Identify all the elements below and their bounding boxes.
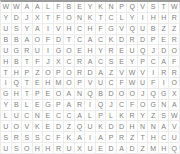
grid-cell[interactable]: F xyxy=(54,2,65,13)
grid-cell[interactable]: S xyxy=(159,111,170,122)
grid-cell[interactable]: V xyxy=(117,24,128,35)
grid-cell[interactable]: O xyxy=(64,45,75,56)
grid-cell[interactable]: W xyxy=(169,111,180,122)
grid-cell[interactable]: A xyxy=(75,132,86,143)
grid-cell[interactable]: T xyxy=(22,78,33,89)
grid-cell[interactable]: P xyxy=(138,56,149,67)
grid-cell[interactable]: I xyxy=(43,24,54,35)
grid-cell[interactable]: H xyxy=(33,143,44,154)
grid-cell[interactable]: A xyxy=(159,121,170,132)
grid-cell[interactable]: A xyxy=(33,24,44,35)
grid-cell[interactable]: D xyxy=(117,35,128,46)
grid-cell[interactable]: N xyxy=(33,111,44,122)
grid-cell[interactable]: R xyxy=(169,13,180,24)
grid-cell[interactable]: P xyxy=(54,67,65,78)
grid-cell[interactable]: A xyxy=(64,89,75,100)
grid-cell[interactable]: O xyxy=(43,67,54,78)
grid-cell[interactable]: Q xyxy=(169,143,180,154)
grid-cell[interactable]: D xyxy=(54,121,65,132)
grid-cell[interactable]: H xyxy=(85,45,96,56)
grid-cell[interactable]: A xyxy=(22,35,33,46)
grid-cell[interactable]: H xyxy=(159,13,170,24)
grid-cell[interactable]: E xyxy=(75,2,86,13)
grid-cell[interactable]: P xyxy=(148,35,159,46)
grid-cell[interactable]: A xyxy=(75,111,86,122)
grid-cell[interactable]: N xyxy=(75,89,86,100)
grid-cell[interactable]: I xyxy=(1,78,12,89)
grid-cell[interactable]: J xyxy=(43,56,54,67)
grid-cell[interactable]: L xyxy=(117,13,128,24)
grid-cell[interactable]: S xyxy=(12,24,23,35)
grid-cell[interactable]: P xyxy=(96,111,107,122)
grid-cell[interactable]: O xyxy=(64,67,75,78)
grid-cell[interactable]: Y xyxy=(127,13,138,24)
grid-cell[interactable]: K xyxy=(96,2,107,13)
grid-cell[interactable]: A xyxy=(117,143,128,154)
grid-cell[interactable]: Z xyxy=(169,24,180,35)
grid-cell[interactable]: D xyxy=(138,35,149,46)
grid-cell[interactable]: T xyxy=(22,56,33,67)
grid-cell[interactable]: W xyxy=(12,2,23,13)
grid-cell[interactable]: R xyxy=(169,35,180,46)
grid-cell[interactable]: X xyxy=(54,56,65,67)
grid-cell[interactable]: W xyxy=(1,2,12,13)
grid-cell[interactable]: H xyxy=(159,143,170,154)
grid-cell[interactable]: U xyxy=(138,78,149,89)
grid-cell[interactable]: Q xyxy=(127,2,138,13)
grid-cell[interactable]: H xyxy=(148,132,159,143)
grid-cell[interactable]: G xyxy=(1,89,12,100)
grid-cell[interactable]: R xyxy=(75,67,86,78)
grid-cell[interactable]: K xyxy=(96,121,107,132)
grid-cell[interactable]: Z xyxy=(33,67,44,78)
grid-cell[interactable]: E xyxy=(43,89,54,100)
grid-cell[interactable]: A xyxy=(96,67,107,78)
grid-cell[interactable]: P xyxy=(33,89,44,100)
grid-cell[interactable]: C xyxy=(54,111,65,122)
grid-cell[interactable]: E xyxy=(117,45,128,56)
grid-cell[interactable]: K xyxy=(117,111,128,122)
grid-cell[interactable]: K xyxy=(85,13,96,24)
grid-cell[interactable]: R xyxy=(12,132,23,143)
grid-cell[interactable]: T xyxy=(64,35,75,46)
grid-cell[interactable]: I xyxy=(85,132,96,143)
grid-cell[interactable]: P xyxy=(106,132,117,143)
grid-cell[interactable]: G xyxy=(159,89,170,100)
grid-cell[interactable]: S xyxy=(148,2,159,13)
grid-cell[interactable]: Z xyxy=(106,67,117,78)
grid-cell[interactable]: G xyxy=(54,45,65,56)
grid-cell[interactable]: H xyxy=(1,56,12,67)
grid-cell[interactable]: Z xyxy=(138,143,149,154)
grid-cell[interactable]: X xyxy=(33,13,44,24)
grid-cell[interactable]: S xyxy=(1,132,12,143)
grid-cell[interactable]: Q xyxy=(75,121,86,132)
grid-cell[interactable]: P xyxy=(75,78,86,89)
grid-cell[interactable]: M xyxy=(54,78,65,89)
grid-cell[interactable]: E xyxy=(117,56,128,67)
grid-cell[interactable]: Q xyxy=(148,89,159,100)
grid-cell[interactable]: P xyxy=(22,67,33,78)
grid-cell[interactable]: Y xyxy=(22,24,33,35)
grid-cell[interactable]: I xyxy=(159,78,170,89)
grid-cell[interactable]: O xyxy=(33,35,44,46)
grid-cell[interactable]: F xyxy=(54,13,65,24)
grid-cell[interactable]: J xyxy=(148,45,159,56)
grid-cell[interactable]: U xyxy=(96,78,107,89)
grid-cell[interactable]: E xyxy=(43,111,54,122)
grid-cell[interactable]: D xyxy=(127,143,138,154)
grid-cell[interactable]: R xyxy=(169,67,180,78)
grid-cell[interactable]: C xyxy=(75,24,86,35)
grid-cell[interactable]: E xyxy=(33,78,44,89)
grid-cell[interactable]: C xyxy=(159,132,170,143)
grid-cell[interactable]: Y xyxy=(138,111,149,122)
grid-cell[interactable]: U xyxy=(1,24,12,35)
grid-cell[interactable]: D xyxy=(12,13,23,24)
grid-cell[interactable]: I xyxy=(148,67,159,78)
grid-cell[interactable]: L xyxy=(85,111,96,122)
grid-cell[interactable]: B xyxy=(12,35,23,46)
grid-cell[interactable]: Y xyxy=(127,56,138,67)
grid-cell[interactable]: U xyxy=(1,45,12,56)
grid-cell[interactable]: F xyxy=(54,132,65,143)
grid-cell[interactable]: U xyxy=(12,111,23,122)
grid-cell[interactable]: F xyxy=(43,35,54,46)
grid-cell[interactable]: O xyxy=(127,89,138,100)
grid-cell[interactable]: Z xyxy=(148,111,159,122)
grid-cell[interactable]: H xyxy=(148,13,159,24)
grid-cell[interactable]: R xyxy=(75,56,86,67)
grid-cell[interactable]: I xyxy=(85,100,96,111)
grid-cell[interactable]: P xyxy=(54,100,65,111)
grid-cell[interactable]: L xyxy=(43,2,54,13)
grid-cell[interactable]: C xyxy=(117,100,128,111)
grid-cell[interactable]: U xyxy=(127,45,138,56)
grid-cell[interactable]: R xyxy=(159,67,170,78)
grid-cell[interactable]: N xyxy=(106,2,117,13)
grid-cell[interactable]: F xyxy=(148,78,159,89)
grid-cell[interactable]: F xyxy=(169,56,180,67)
grid-cell[interactable]: U xyxy=(64,143,75,154)
grid-cell[interactable]: H xyxy=(43,143,54,154)
grid-cell[interactable]: D xyxy=(117,121,128,132)
grid-cell[interactable]: Z xyxy=(159,24,170,35)
grid-cell[interactable]: E xyxy=(43,121,54,132)
grid-cell[interactable]: U xyxy=(85,143,96,154)
word-search-grid: WWAALFBEYKNPQVSTWYDJXTFONKTCLYIHHRUSYAIV… xyxy=(0,0,180,154)
grid-cell[interactable]: T xyxy=(22,89,33,100)
grid-cell[interactable]: K xyxy=(106,35,117,46)
grid-cell[interactable]: Z xyxy=(64,121,75,132)
grid-cell[interactable]: I xyxy=(138,13,149,24)
grid-cell[interactable]: Y xyxy=(1,100,12,111)
grid-cell[interactable]: O xyxy=(138,100,149,111)
grid-cell[interactable]: N xyxy=(138,121,149,132)
grid-cell[interactable]: E xyxy=(96,143,107,154)
grid-cell[interactable]: S xyxy=(33,132,44,143)
grid-cell[interactable]: C xyxy=(22,111,33,122)
grid-cell[interactable]: U xyxy=(33,45,44,56)
grid-cell[interactable]: B xyxy=(64,2,75,13)
grid-cell[interactable]: E xyxy=(75,45,86,56)
grid-cell[interactable]: C xyxy=(75,35,86,46)
grid-cell[interactable]: O xyxy=(169,45,180,56)
grid-cell[interactable]: P xyxy=(117,2,128,13)
grid-cell[interactable]: H xyxy=(12,89,23,100)
grid-cell[interactable]: Q xyxy=(96,100,107,111)
grid-cell[interactable]: H xyxy=(12,67,23,78)
grid-cell[interactable]: Q xyxy=(12,78,23,89)
grid-cell[interactable]: G xyxy=(106,24,117,35)
grid-cell[interactable]: R xyxy=(106,45,117,56)
grid-cell[interactable]: V xyxy=(138,2,149,13)
grid-cell[interactable]: K xyxy=(64,132,75,143)
grid-cell[interactable]: H xyxy=(85,24,96,35)
grid-cell[interactable]: V xyxy=(54,24,65,35)
grid-cell[interactable]: R xyxy=(127,35,138,46)
grid-cell[interactable]: V xyxy=(117,67,128,78)
grid-cell[interactable]: G xyxy=(148,100,159,111)
grid-cell[interactable]: D xyxy=(159,45,170,56)
grid-cell[interactable]: R xyxy=(75,100,86,111)
grid-cell[interactable]: B xyxy=(12,56,23,67)
grid-cell[interactable]: O xyxy=(64,78,75,89)
grid-cell[interactable]: G xyxy=(12,45,23,56)
grid-cell[interactable]: R xyxy=(54,143,65,154)
grid-cell[interactable]: H xyxy=(43,78,54,89)
grid-cell[interactable]: H xyxy=(127,121,138,132)
grid-cell[interactable]: O xyxy=(12,121,23,132)
grid-cell[interactable]: R xyxy=(117,132,128,143)
grid-cell[interactable]: X xyxy=(75,143,86,154)
grid-cell[interactable]: F xyxy=(127,100,138,111)
grid-cell[interactable]: T xyxy=(43,13,54,24)
grid-cell[interactable]: C xyxy=(96,56,107,67)
grid-cell[interactable]: N xyxy=(159,100,170,111)
grid-cell[interactable]: Y xyxy=(1,13,12,24)
grid-cell[interactable]: E xyxy=(159,35,170,46)
grid-cell[interactable]: J xyxy=(138,89,149,100)
grid-cell[interactable]: C xyxy=(64,56,75,67)
grid-cell[interactable]: O xyxy=(64,13,75,24)
grid-cell[interactable]: X xyxy=(169,89,180,100)
grid-cell[interactable]: D xyxy=(106,121,117,132)
grid-cell[interactable]: J xyxy=(22,13,33,24)
grid-cell[interactable]: Y xyxy=(96,45,107,56)
grid-cell[interactable]: D xyxy=(85,67,96,78)
grid-cell[interactable]: J xyxy=(106,100,117,111)
grid-cell[interactable]: L xyxy=(106,111,117,122)
grid-cell[interactable]: L xyxy=(1,111,12,122)
grid-cell[interactable]: Q xyxy=(138,45,149,56)
grid-cell[interactable]: A xyxy=(33,2,44,13)
grid-cell[interactable]: U xyxy=(1,143,12,154)
grid-cell[interactable]: S xyxy=(12,143,23,154)
grid-cell[interactable]: G xyxy=(43,100,54,111)
grid-cell[interactable]: V xyxy=(138,67,149,78)
grid-cell[interactable]: C xyxy=(106,13,117,24)
grid-cell[interactable]: U xyxy=(1,121,12,132)
grid-cell[interactable]: Q xyxy=(85,89,96,100)
grid-cell[interactable]: B xyxy=(148,24,159,35)
grid-cell[interactable]: Y xyxy=(85,2,96,13)
grid-cell[interactable]: C xyxy=(64,111,75,122)
grid-cell[interactable]: D xyxy=(106,89,117,100)
grid-cell[interactable]: L xyxy=(22,100,33,111)
grid-cell[interactable]: A xyxy=(159,56,170,67)
grid-cell[interactable]: R xyxy=(127,111,138,122)
grid-cell[interactable]: T xyxy=(96,13,107,24)
grid-cell[interactable]: U xyxy=(85,121,96,132)
grid-cell[interactable]: S xyxy=(22,132,33,143)
grid-cell[interactable]: D xyxy=(106,143,117,154)
grid-cell[interactable]: T xyxy=(1,67,12,78)
grid-cell[interactable]: U xyxy=(169,132,180,143)
grid-cell[interactable]: F xyxy=(117,78,128,89)
grid-cell[interactable]: Z xyxy=(127,132,138,143)
grid-cell[interactable]: I xyxy=(43,45,54,56)
grid-cell[interactable]: H xyxy=(64,24,75,35)
grid-cell[interactable]: U xyxy=(138,24,149,35)
grid-cell[interactable]: A xyxy=(22,2,33,13)
grid-cell[interactable]: Q xyxy=(127,24,138,35)
grid-cell[interactable]: N xyxy=(75,13,86,24)
grid-cell[interactable]: A xyxy=(96,132,107,143)
grid-cell[interactable]: F xyxy=(96,24,107,35)
grid-cell[interactable]: T xyxy=(159,2,170,13)
grid-cell[interactable]: O xyxy=(169,78,180,89)
grid-cell[interactable]: W xyxy=(127,67,138,78)
grid-cell[interactable]: D xyxy=(54,35,65,46)
grid-cell[interactable]: M xyxy=(148,143,159,154)
grid-cell[interactable]: C xyxy=(148,56,159,67)
grid-cell[interactable]: V xyxy=(85,78,96,89)
grid-cell[interactable]: S xyxy=(106,56,117,67)
grid-cell[interactable]: C xyxy=(96,35,107,46)
grid-cell[interactable]: B xyxy=(1,35,12,46)
grid-cell[interactable]: B xyxy=(96,89,107,100)
grid-cell[interactable]: R xyxy=(22,45,33,56)
grid-cell[interactable]: C xyxy=(43,132,54,143)
grid-cell[interactable]: A xyxy=(85,56,96,67)
grid-cell[interactable]: C xyxy=(106,78,117,89)
grid-cell[interactable]: O xyxy=(54,89,65,100)
grid-cell[interactable]: V xyxy=(169,121,180,132)
grid-cell[interactable]: A xyxy=(169,100,180,111)
grid-cell[interactable]: O xyxy=(22,143,33,154)
grid-cell[interactable]: B xyxy=(12,100,23,111)
grid-cell[interactable]: W xyxy=(169,2,180,13)
grid-cell[interactable]: E xyxy=(33,100,44,111)
grid-cell[interactable]: K xyxy=(33,121,44,132)
grid-cell[interactable]: W xyxy=(127,78,138,89)
grid-cell[interactable]: A xyxy=(85,35,96,46)
grid-cell[interactable]: T xyxy=(138,132,149,143)
grid-cell[interactable]: V xyxy=(22,121,33,132)
grid-cell[interactable]: A xyxy=(64,100,75,111)
grid-cell[interactable]: N xyxy=(148,121,159,132)
grid-cell[interactable]: F xyxy=(33,56,44,67)
grid-cell[interactable]: O xyxy=(117,89,128,100)
